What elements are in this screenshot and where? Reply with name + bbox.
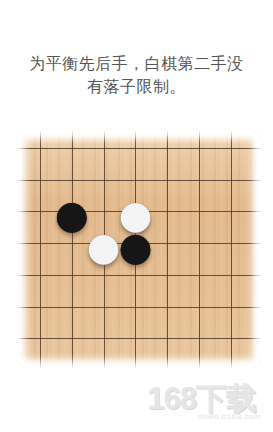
grid-line-vertical bbox=[231, 131, 232, 368]
caption-line-2: 有落子限制。 bbox=[0, 75, 273, 98]
watermark-url: down.it168.com bbox=[198, 412, 261, 421]
caption: 为平衡先后手，白棋第二手没 有落子限制。 bbox=[0, 52, 273, 98]
grid-line-horizontal bbox=[17, 180, 261, 181]
grid-line-vertical bbox=[199, 131, 200, 368]
grid-line-vertical bbox=[167, 131, 168, 368]
grid-line-horizontal bbox=[17, 338, 261, 339]
grid-line-horizontal bbox=[17, 307, 261, 308]
watermark-logo: 168下载 bbox=[147, 383, 256, 415]
grid-line-vertical bbox=[40, 131, 41, 368]
grid-line-vertical bbox=[72, 131, 73, 368]
caption-line-1: 为平衡先后手，白棋第二手没 bbox=[0, 52, 273, 75]
go-board: ●●●● bbox=[17, 131, 261, 368]
grid-line-horizontal bbox=[17, 275, 261, 276]
page: { "game": "Go-style board (Gomoku / five… bbox=[0, 0, 273, 432]
grid-line-horizontal bbox=[17, 148, 261, 149]
black-stone: ● bbox=[115, 226, 155, 266]
